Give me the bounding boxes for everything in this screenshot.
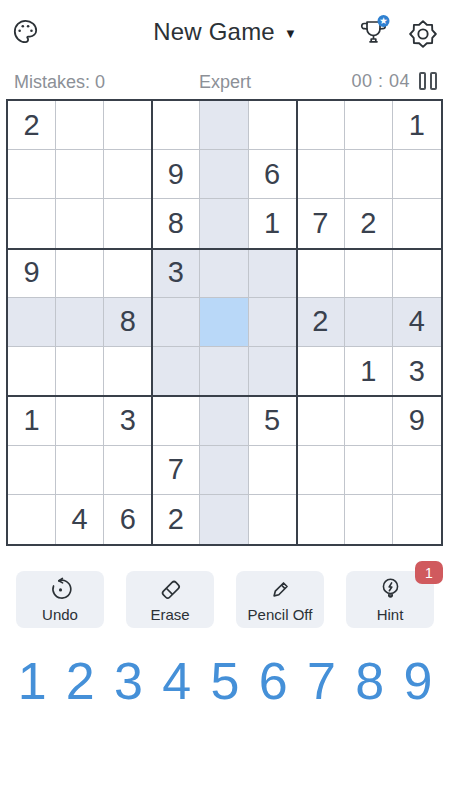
cell-r1c9[interactable]: 1 (393, 101, 441, 150)
cell-r9c4[interactable]: 2 (152, 495, 200, 544)
undo-icon (47, 576, 74, 603)
cell-r2c6[interactable]: 6 (249, 150, 297, 199)
pause-icon (419, 72, 426, 90)
cell-r5c8[interactable] (345, 298, 393, 347)
cell-r2c9[interactable] (393, 150, 441, 199)
cell-r4c4[interactable]: 3 (152, 249, 200, 298)
theme-palette-button[interactable] (12, 18, 39, 45)
awards-button[interactable]: ★ (358, 14, 392, 47)
cell-r1c8[interactable] (345, 101, 393, 150)
page-title: New Game (153, 18, 275, 46)
cell-r9c6[interactable] (249, 495, 297, 544)
cell-r9c1[interactable] (8, 495, 56, 544)
cell-r3c9[interactable] (393, 199, 441, 248)
cell-r4c6[interactable] (249, 249, 297, 298)
cell-r8c9[interactable] (393, 446, 441, 495)
cell-r5c9[interactable]: 4 (393, 298, 441, 347)
cell-r8c8[interactable] (345, 446, 393, 495)
cell-r4c1[interactable]: 9 (8, 249, 56, 298)
cell-r5c4[interactable] (152, 298, 200, 347)
cell-r3c1[interactable] (8, 199, 56, 248)
cell-r7c9[interactable]: 9 (393, 396, 441, 445)
cell-r7c1[interactable]: 1 (8, 396, 56, 445)
cell-r2c3[interactable] (104, 150, 152, 199)
sudoku-app: New Game ▼ ★ (0, 0, 450, 800)
chevron-down-icon: ▼ (284, 23, 297, 41)
cell-r2c5[interactable] (200, 150, 248, 199)
numpad-4[interactable]: 4 (153, 645, 201, 717)
numpad-7[interactable]: 7 (297, 645, 345, 717)
difficulty-label: Expert (199, 72, 251, 93)
numpad-3[interactable]: 3 (104, 645, 152, 717)
cell-r8c5[interactable] (200, 446, 248, 495)
undo-label: Undo (42, 606, 78, 623)
header: New Game ▼ ★ (0, 12, 450, 56)
cell-r7c3[interactable]: 3 (104, 396, 152, 445)
pencil-icon (267, 576, 294, 603)
pause-button[interactable] (419, 70, 437, 92)
cell-r6c4[interactable] (152, 347, 200, 396)
cell-r4c7[interactable] (297, 249, 345, 298)
cell-r5c6[interactable] (249, 298, 297, 347)
sudoku-board-frame: 21968172938241313597462 (6, 99, 443, 546)
cell-r7c8[interactable] (345, 396, 393, 445)
cell-r9c3[interactable]: 6 (104, 495, 152, 544)
cell-r6c2[interactable] (56, 347, 104, 396)
cell-r6c7[interactable] (297, 347, 345, 396)
numpad-5[interactable]: 5 (201, 645, 249, 717)
cell-r6c9[interactable]: 3 (393, 347, 441, 396)
cell-r3c3[interactable] (104, 199, 152, 248)
mistakes-counter: Mistakes: 0 (14, 72, 105, 93)
numpad-1[interactable]: 1 (8, 645, 56, 717)
cell-r8c4[interactable]: 7 (152, 446, 200, 495)
cell-r5c3[interactable]: 8 (104, 298, 152, 347)
cell-r1c7[interactable] (297, 101, 345, 150)
cell-r9c7[interactable] (297, 495, 345, 544)
cell-r1c2[interactable] (56, 101, 104, 150)
cell-r4c3[interactable] (104, 249, 152, 298)
cell-r2c2[interactable] (56, 150, 104, 199)
cell-r3c2[interactable] (56, 199, 104, 248)
cell-r5c1[interactable] (8, 298, 56, 347)
numpad: 123456789 (8, 645, 442, 717)
numpad-2[interactable]: 2 (56, 645, 104, 717)
cell-r5c7[interactable]: 2 (297, 298, 345, 347)
erase-label: Erase (150, 606, 189, 623)
star-glyph: ★ (379, 15, 388, 26)
pencil-label: Pencil Off (248, 606, 313, 623)
cell-r7c7[interactable] (297, 396, 345, 445)
cell-r2c8[interactable] (345, 150, 393, 199)
erase-button[interactable]: Erase (126, 571, 214, 628)
numpad-6[interactable]: 6 (249, 645, 297, 717)
cell-r6c8[interactable]: 1 (345, 347, 393, 396)
cell-r3c4[interactable]: 8 (152, 199, 200, 248)
status-bar: Mistakes: 0 Expert 00 : 04 (0, 70, 450, 96)
cell-r3c6[interactable]: 1 (249, 199, 297, 248)
cell-r8c1[interactable] (8, 446, 56, 495)
settings-button[interactable] (409, 20, 437, 48)
pause-icon (430, 72, 437, 90)
timer: 00 : 04 (351, 71, 410, 92)
cell-r2c7[interactable] (297, 150, 345, 199)
cell-r6c6[interactable] (249, 347, 297, 396)
cell-r5c2[interactable] (56, 298, 104, 347)
cell-r7c6[interactable]: 5 (249, 396, 297, 445)
cell-r3c7[interactable]: 7 (297, 199, 345, 248)
hint-bulb-icon (377, 576, 404, 603)
cell-r4c9[interactable] (393, 249, 441, 298)
cell-r4c8[interactable] (345, 249, 393, 298)
hint-count-badge: 1 (415, 561, 443, 584)
gear-icon (409, 20, 437, 48)
cell-r8c3[interactable] (104, 446, 152, 495)
cell-r8c7[interactable] (297, 446, 345, 495)
cell-r7c5[interactable] (200, 396, 248, 445)
new-game-dropdown[interactable]: New Game ▼ (153, 18, 297, 46)
cell-r6c3[interactable] (104, 347, 152, 396)
cell-r9c8[interactable] (345, 495, 393, 544)
cell-r6c5[interactable] (200, 347, 248, 396)
cell-r3c5[interactable] (200, 199, 248, 248)
cell-r2c1[interactable] (8, 150, 56, 199)
cell-r4c2[interactable] (56, 249, 104, 298)
cell-r4c5[interactable] (200, 249, 248, 298)
sudoku-board: 21968172938241313597462 (8, 101, 441, 544)
cell-r6c1[interactable] (8, 347, 56, 396)
cell-r8c6[interactable] (249, 446, 297, 495)
cell-r1c3[interactable] (104, 101, 152, 150)
hint-button[interactable]: 1 Hint (346, 571, 434, 628)
numpad-9[interactable]: 9 (394, 645, 442, 717)
cell-r7c2[interactable] (56, 396, 104, 445)
palette-icon (12, 18, 39, 45)
trophy-icon: ★ (358, 14, 392, 47)
cell-r7c4[interactable] (152, 396, 200, 445)
cell-r3c8[interactable]: 2 (345, 199, 393, 248)
eraser-icon (157, 576, 184, 603)
cell-r1c1[interactable]: 2 (8, 101, 56, 150)
cell-r1c6[interactable] (249, 101, 297, 150)
numpad-8[interactable]: 8 (346, 645, 394, 717)
cell-r1c5[interactable] (200, 101, 248, 150)
hint-label: Hint (377, 606, 404, 623)
cell-r9c2[interactable]: 4 (56, 495, 104, 544)
cell-r1c4[interactable] (152, 101, 200, 150)
cell-r5c5[interactable] (200, 298, 248, 347)
cell-r9c9[interactable] (393, 495, 441, 544)
pencil-toggle-button[interactable]: Pencil Off (236, 571, 324, 628)
toolbar: Undo Erase (16, 571, 434, 628)
undo-button[interactable]: Undo (16, 571, 104, 628)
cell-r2c4[interactable]: 9 (152, 150, 200, 199)
cell-r9c5[interactable] (200, 495, 248, 544)
cell-r8c2[interactable] (56, 446, 104, 495)
